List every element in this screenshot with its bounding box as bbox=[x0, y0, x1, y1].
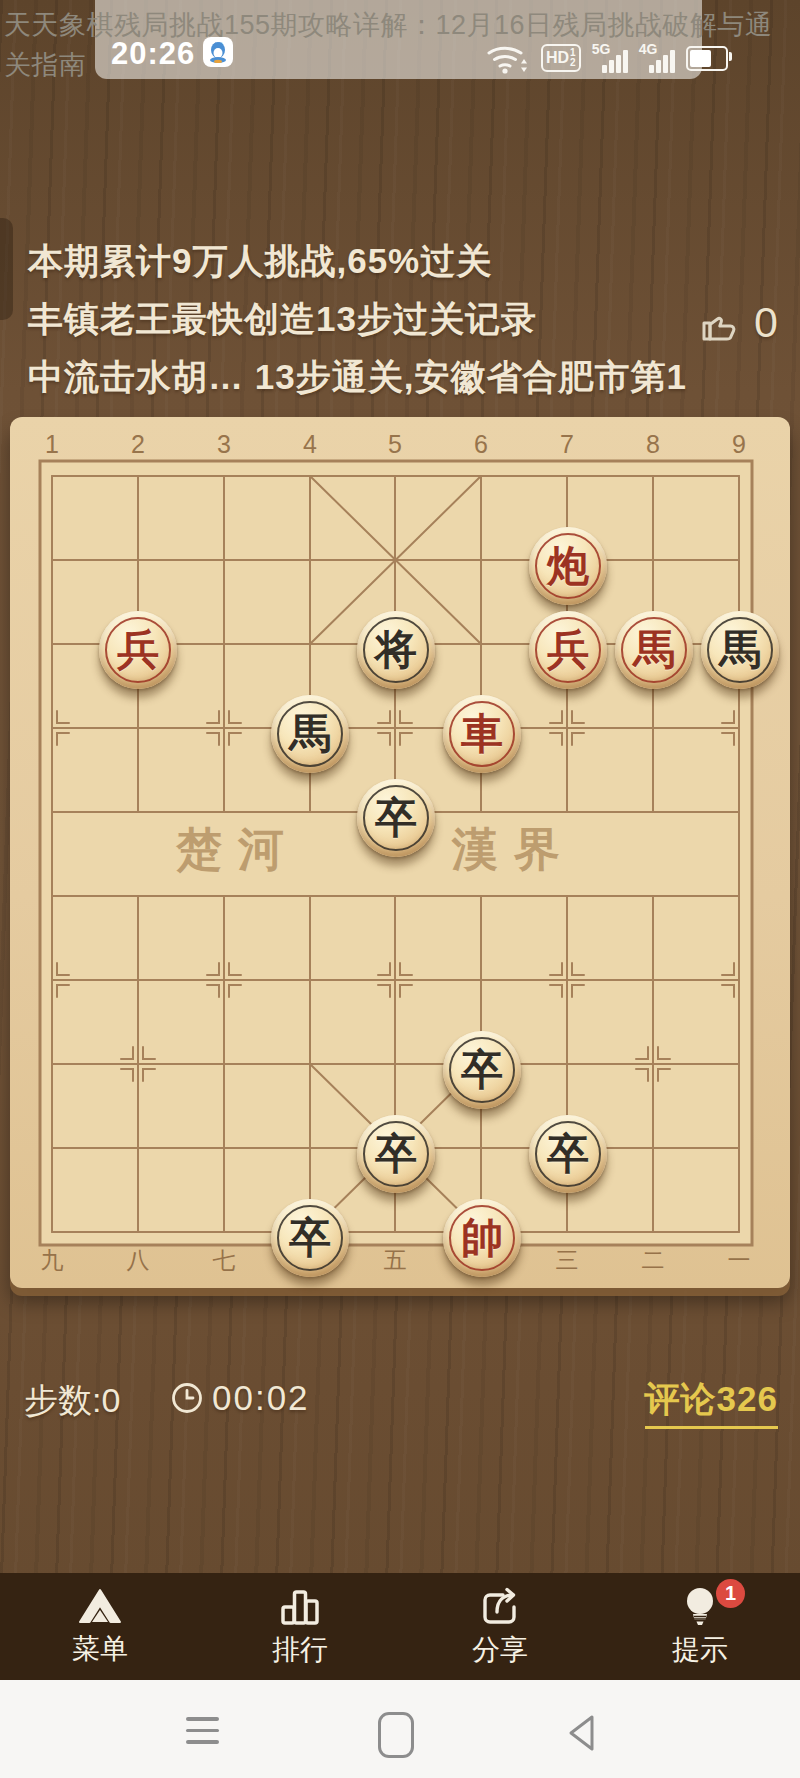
wifi-icon bbox=[486, 41, 530, 75]
piece-卒-black[interactable]: 卒 bbox=[443, 1031, 521, 1109]
share-icon bbox=[477, 1585, 523, 1627]
screen: 天天象棋残局挑战155期攻略详解：12月16日残局挑战破解与通关指南 20:26… bbox=[0, 0, 800, 1778]
hint-badge: 1 bbox=[716, 1579, 745, 1608]
piece-卒-black[interactable]: 卒 bbox=[357, 1115, 435, 1193]
clock-icon bbox=[170, 1381, 204, 1415]
piece-卒-black[interactable]: 卒 bbox=[271, 1199, 349, 1277]
battery-icon bbox=[686, 46, 728, 71]
piece-馬-black[interactable]: 馬 bbox=[701, 611, 779, 689]
timer-value: 00:02 bbox=[212, 1378, 310, 1418]
menu-mountain-icon bbox=[76, 1586, 124, 1626]
signal-4g-icon: 4G bbox=[639, 42, 675, 74]
piece-帥-red[interactable]: 帥 bbox=[443, 1199, 521, 1277]
piece-卒-black[interactable]: 卒 bbox=[357, 779, 435, 857]
volte-hd-icon: HD 1 2 bbox=[541, 44, 581, 72]
thumbs-up-icon[interactable] bbox=[698, 303, 742, 345]
piece-馬-red[interactable]: 馬 bbox=[615, 611, 693, 689]
nav-item-ranking[interactable]: 排行 bbox=[200, 1585, 400, 1669]
latest-pass-line: 中流击水胡… 13步通关,安徽省合肥市第1 bbox=[28, 354, 687, 401]
status-icons: HD 1 2 5G 4G bbox=[486, 40, 728, 76]
record-holder-line: 丰镇老王最快创造13步过关记录 bbox=[28, 296, 537, 343]
piece-兵-red[interactable]: 兵 bbox=[529, 611, 607, 689]
piece-車-red[interactable]: 車 bbox=[443, 695, 521, 773]
nav-item-share[interactable]: 分享 bbox=[400, 1585, 600, 1669]
status-time: 20:26 bbox=[111, 36, 195, 72]
signal-5g-icon: 5G bbox=[592, 42, 628, 74]
piece-炮-red[interactable]: 炮 bbox=[529, 527, 607, 605]
comments-link[interactable]: 评论326 bbox=[645, 1376, 778, 1429]
edge-drawer-handle[interactable] bbox=[0, 218, 13, 320]
system-back-icon[interactable] bbox=[566, 1714, 596, 1752]
piece-将-black[interactable]: 将 bbox=[357, 611, 435, 689]
qq-penguin-icon: 企鹅 bbox=[203, 37, 233, 67]
piece-馬-black[interactable]: 馬 bbox=[271, 695, 349, 773]
nav-item-menu[interactable]: 菜单 bbox=[0, 1586, 200, 1668]
piece-卒-black[interactable]: 卒 bbox=[529, 1115, 607, 1193]
challenge-stats-line: 本期累计9万人挑战,65%过关 bbox=[28, 238, 492, 285]
xiangqi-board[interactable]: 123456789 九八七六五四三二一 楚河 漢界 炮兵将兵馬馬馬車卒卒卒卒卒帥 bbox=[10, 417, 790, 1288]
nav-item-hint[interactable]: 提示 1 bbox=[600, 1585, 800, 1669]
move-counter: 步数:0 bbox=[24, 1378, 120, 1424]
likes-count: 0 bbox=[748, 298, 784, 347]
piece-兵-red[interactable]: 兵 bbox=[99, 611, 177, 689]
ranking-bars-icon bbox=[277, 1585, 323, 1627]
system-home-icon[interactable] bbox=[378, 1712, 414, 1758]
pieces-layer: 炮兵将兵馬馬馬車卒卒卒卒卒帥 bbox=[9, 434, 783, 1274]
system-menu-icon[interactable] bbox=[186, 1717, 219, 1744]
bottom-navbar: 菜单 排行 分享 提示 1 bbox=[0, 1573, 800, 1680]
